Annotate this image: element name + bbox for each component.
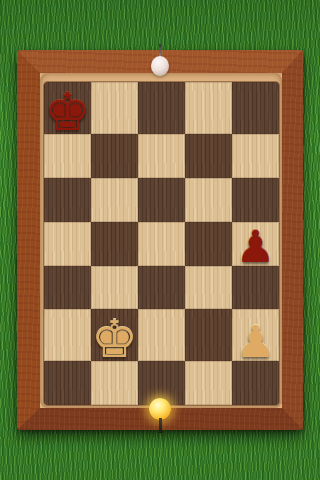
square-r2c3[interactable] (138, 134, 185, 178)
white-king[interactable]: ♚ (91, 313, 138, 365)
square-r2c1[interactable] (44, 134, 91, 178)
square-r6c2[interactable]: ♚ (91, 309, 138, 361)
square-r3c4[interactable] (185, 178, 232, 222)
square-r2c5[interactable] (232, 134, 279, 178)
board-frame: ♚♟♚♟ (17, 50, 303, 430)
square-r6c4[interactable] (185, 309, 232, 361)
square-r6c5[interactable]: ♟ (232, 309, 279, 361)
square-r7c2[interactable] (91, 361, 138, 405)
square-r4c4[interactable] (185, 222, 232, 266)
square-r5c2[interactable] (91, 266, 138, 310)
white-pin-ball (151, 56, 169, 76)
square-r4c3[interactable] (138, 222, 185, 266)
app-screen: { "game": "chess (mini 5x7 board endgame… (0, 0, 320, 480)
red-pawn[interactable]: ♟ (236, 225, 275, 269)
square-r3c5[interactable] (232, 178, 279, 222)
yellow-pin-icon (149, 398, 171, 436)
square-r5c3[interactable] (138, 266, 185, 310)
square-r5c1[interactable] (44, 266, 91, 310)
square-r3c2[interactable] (91, 178, 138, 222)
square-r3c1[interactable] (44, 178, 91, 222)
square-r4c5[interactable]: ♟ (232, 222, 279, 266)
square-r1c3[interactable] (138, 82, 185, 134)
yellow-pin-ball (149, 398, 171, 420)
square-r4c1[interactable] (44, 222, 91, 266)
chess-board[interactable]: ♚♟♚♟ (44, 82, 279, 405)
square-r2c4[interactable] (185, 134, 232, 178)
square-r7c1[interactable] (44, 361, 91, 405)
square-r5c4[interactable] (185, 266, 232, 310)
yellow-pin-stem (159, 418, 162, 433)
square-r5c5[interactable] (232, 266, 279, 310)
square-r1c1[interactable]: ♚ (44, 82, 91, 134)
square-r1c4[interactable] (185, 82, 232, 134)
square-r3c3[interactable] (138, 178, 185, 222)
white-pawn[interactable]: ♟ (236, 320, 275, 364)
square-r4c2[interactable] (91, 222, 138, 266)
square-r1c2[interactable] (91, 82, 138, 134)
square-r7c4[interactable] (185, 361, 232, 405)
red-king[interactable]: ♚ (44, 86, 91, 138)
board-margin: ♚♟♚♟ (40, 73, 282, 408)
square-r1c5[interactable] (232, 82, 279, 134)
square-r6c1[interactable] (44, 309, 91, 361)
square-r7c5[interactable] (232, 361, 279, 405)
square-r2c2[interactable] (91, 134, 138, 178)
white-pin-icon (151, 44, 169, 78)
square-r6c3[interactable] (138, 309, 185, 361)
